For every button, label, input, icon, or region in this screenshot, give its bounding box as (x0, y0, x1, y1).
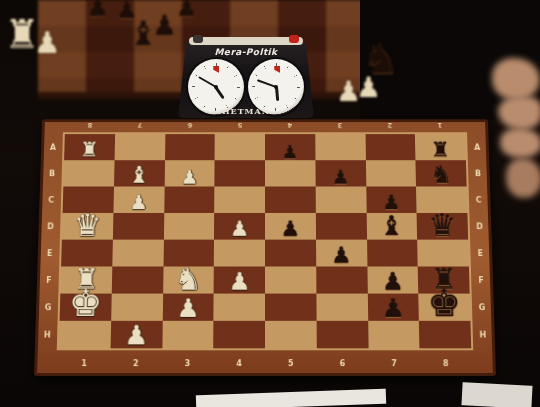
square-a2 (114, 134, 165, 160)
square-h6 (316, 321, 368, 348)
square-h2: ♟ (110, 321, 162, 348)
coord-label: D (47, 213, 54, 240)
square-e6: ♟ (316, 240, 367, 267)
square-h5 (265, 321, 317, 348)
square-f3: ♞ (163, 266, 214, 293)
square-g2 (111, 294, 163, 321)
coord-label: 1 (58, 359, 110, 368)
bg-black-pawn-icon: ♟ (86, 0, 109, 20)
square-a1: ♜ (64, 134, 115, 160)
square-g6 (316, 294, 368, 321)
square-e7 (367, 240, 418, 267)
square-a3 (165, 134, 215, 160)
square-b2: ♝ (114, 160, 165, 186)
coord-label: B (49, 160, 56, 186)
scoresheet-paper (196, 389, 386, 407)
clock-model-text: HETMAN (178, 106, 314, 116)
square-b1 (63, 160, 114, 186)
piece-black-rook: ♜ (431, 267, 457, 294)
square-f8: ♜ (418, 266, 470, 293)
square-d3 (163, 213, 214, 240)
square-f7: ♟ (367, 266, 419, 293)
coord-label: H (43, 321, 50, 348)
square-d5: ♟ (265, 213, 316, 240)
player-hand-finger (498, 96, 540, 130)
coord-label: H (479, 321, 486, 348)
square-a8: ♜ (415, 134, 466, 160)
square-a5: ♟ (265, 134, 315, 160)
square-h8 (419, 321, 471, 348)
piece-white-pawn: ♟ (181, 169, 199, 187)
coord-label: 8 (65, 121, 115, 128)
coord-label: 4 (265, 121, 315, 128)
square-e4 (214, 240, 265, 267)
bg-white-pawn-icon: ♟ (34, 28, 61, 58)
coord-label: 3 (162, 359, 214, 368)
square-c1 (63, 186, 114, 212)
piece-white-pawn: ♟ (230, 220, 249, 240)
piece-black-pawn: ♟ (381, 297, 405, 321)
coord-label: 7 (115, 121, 165, 128)
coord-label: A (49, 134, 56, 160)
coord-label: 7 (368, 359, 420, 368)
square-h3 (162, 321, 214, 348)
square-a4 (215, 134, 265, 160)
rank-labels-bottom: 12345678 (58, 351, 472, 375)
piece-white-rook: ♜ (73, 267, 99, 294)
coord-label: 1 (415, 121, 465, 128)
coord-label: A (474, 134, 481, 160)
square-e2 (112, 240, 163, 267)
square-a7 (365, 134, 416, 160)
coord-label: 2 (110, 359, 162, 368)
bg-black-pawn-icon: ♟ (152, 12, 177, 40)
square-f4: ♟ (214, 266, 265, 293)
player-hand-finger (500, 128, 540, 158)
piece-white-pawn: ♟ (124, 323, 149, 348)
square-c8 (416, 186, 467, 212)
square-b5 (265, 160, 315, 186)
square-h1 (59, 321, 111, 348)
coord-label: 6 (165, 121, 215, 128)
square-e5 (265, 240, 316, 267)
square-e3 (163, 240, 214, 267)
coord-label: F (478, 266, 484, 293)
square-e8 (417, 240, 469, 267)
square-g5 (265, 294, 316, 321)
coord-label: 5 (265, 359, 317, 368)
coord-label: B (475, 160, 482, 186)
coord-label: 6 (317, 359, 369, 368)
piece-white-knight: ♞ (175, 265, 203, 293)
coord-label: E (477, 240, 483, 267)
square-d2 (113, 213, 164, 240)
piece-black-bishop: ♝ (379, 214, 404, 239)
bg-black-knight-icon: ♞ (362, 38, 400, 80)
square-g7: ♟ (367, 294, 419, 321)
photo-chess-tournament-scene: { "game": "chess", "scene_caption": "Ove… (0, 0, 540, 407)
coord-label: E (47, 240, 53, 267)
rank-labels-top: 12345678 (65, 116, 465, 135)
square-g1: ♚ (60, 294, 112, 321)
piece-white-rook: ♜ (80, 141, 100, 160)
piece-black-pawn: ♟ (281, 220, 300, 240)
square-g3: ♟ (162, 294, 214, 321)
square-g8: ♚ (419, 294, 471, 321)
square-c2: ♟ (113, 186, 164, 212)
piece-white-queen: ♛ (73, 211, 102, 240)
clock-button-right-red (289, 35, 299, 43)
scoresheet-paper (461, 382, 532, 407)
board-grid: ♜♟♜♝♟♟♞♟♟♛♟♟♝♛♟♜♞♟♟♜♚♟♟♚♟ (59, 134, 471, 348)
square-c4 (214, 186, 265, 212)
coord-label: 2 (365, 121, 415, 128)
coord-label: F (46, 266, 52, 293)
piece-white-pawn: ♟ (176, 297, 199, 321)
coord-label: 5 (215, 121, 265, 128)
piece-black-pawn: ♟ (382, 194, 401, 213)
square-e1 (61, 240, 113, 267)
player-hand-knuckles (492, 58, 540, 100)
dial-center-pin (214, 85, 218, 89)
square-c7: ♟ (366, 186, 417, 212)
piece-black-knight: ♞ (430, 164, 452, 186)
square-b4 (215, 160, 265, 186)
square-b3: ♟ (164, 160, 215, 186)
chess-clock: Mera-Poltik HETMAN (178, 32, 314, 118)
square-f1: ♜ (60, 266, 112, 293)
coord-label: D (476, 213, 483, 240)
square-c6 (315, 186, 366, 212)
square-c3 (164, 186, 215, 212)
coord-label: 8 (420, 359, 472, 368)
piece-white-pawn: ♟ (228, 271, 250, 294)
coord-label: 4 (213, 359, 265, 368)
square-d6 (316, 213, 367, 240)
bg-black-pawn-icon: ♟ (176, 0, 198, 20)
coord-label: C (48, 186, 55, 212)
coord-label: G (478, 294, 485, 321)
piece-white-pawn: ♟ (129, 194, 148, 213)
piece-black-queen: ♛ (428, 211, 457, 240)
coord-label: G (44, 294, 51, 321)
square-g4 (214, 294, 265, 321)
piece-black-pawn: ♟ (331, 246, 352, 267)
piece-black-pawn: ♟ (381, 271, 404, 294)
clock-top-rim (189, 37, 303, 45)
player-hand-finger (506, 158, 540, 198)
coord-label: C (475, 186, 482, 212)
piece-black-pawn: ♟ (332, 169, 350, 187)
square-f6 (316, 266, 367, 293)
piece-white-bishop: ♝ (128, 164, 150, 186)
square-h4 (213, 321, 265, 348)
square-d8: ♛ (417, 213, 468, 240)
clock-brand-text: Mera-Poltik (178, 47, 314, 57)
square-c5 (265, 186, 316, 212)
square-b7 (365, 160, 416, 186)
square-b8: ♞ (416, 160, 467, 186)
square-d4: ♟ (214, 213, 265, 240)
square-a6 (315, 134, 365, 160)
square-b6: ♟ (315, 160, 366, 186)
coord-label: 3 (315, 121, 365, 128)
square-d1: ♛ (62, 213, 113, 240)
square-h7 (368, 321, 420, 348)
clock-button-left (193, 35, 203, 43)
square-f5 (265, 266, 316, 293)
piece-black-pawn: ♟ (282, 143, 299, 160)
main-chessboard: ABCDEFGH ABCDEFGH 12345678 12345678 ♜♟♜♝… (34, 119, 496, 376)
square-f2 (111, 266, 163, 293)
piece-black-rook: ♜ (431, 141, 451, 160)
square-d7: ♝ (366, 213, 417, 240)
